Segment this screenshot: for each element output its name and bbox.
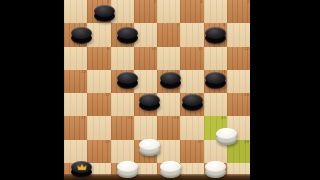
- black-man-b8[interactable]: [94, 5, 115, 22]
- square-b5[interactable]: [87, 70, 110, 93]
- square-h4[interactable]: 20: [227, 93, 250, 116]
- square-c2[interactable]: [111, 140, 134, 163]
- square-b3[interactable]: [87, 116, 110, 139]
- square-number: 25: [105, 140, 110, 144]
- square-c3[interactable]: 22: [111, 116, 134, 139]
- square-d3[interactable]: [134, 116, 157, 139]
- black-man-g5[interactable]: [205, 72, 226, 89]
- square-number: 7: [177, 23, 179, 27]
- square-a6[interactable]: [64, 47, 87, 70]
- square-number: 22: [128, 116, 133, 120]
- square-number: 28: [244, 140, 249, 144]
- square-e6[interactable]: [157, 47, 180, 70]
- white-man-c1[interactable]: [117, 161, 138, 178]
- square-number: 21: [81, 116, 86, 120]
- square-h7[interactable]: [227, 23, 250, 46]
- square-number: 13: [81, 70, 86, 74]
- square-f3[interactable]: [180, 116, 203, 139]
- letterbox-right: [250, 0, 320, 180]
- square-h5[interactable]: [227, 70, 250, 93]
- square-h8[interactable]: 4: [227, 0, 250, 23]
- black-man-f4[interactable]: [182, 94, 203, 111]
- square-number: 1: [107, 0, 109, 4]
- square-d6[interactable]: 10: [134, 47, 157, 70]
- square-e2[interactable]: [157, 140, 180, 163]
- square-f6[interactable]: 11: [180, 47, 203, 70]
- square-d8[interactable]: 2: [134, 0, 157, 23]
- square-e7[interactable]: 7: [157, 23, 180, 46]
- game-screen: 1234567891011121314151617181920212223242…: [0, 0, 320, 180]
- square-e3[interactable]: 23: [157, 116, 180, 139]
- square-number: 27: [198, 140, 203, 144]
- white-man-g1[interactable]: [205, 161, 226, 178]
- square-number: 4: [247, 0, 249, 4]
- piece-top: [205, 72, 226, 84]
- king-crown-icon: [76, 163, 87, 171]
- square-g6[interactable]: [204, 47, 227, 70]
- square-f5[interactable]: [180, 70, 203, 93]
- square-g4[interactable]: [204, 93, 227, 116]
- square-number: 12: [244, 47, 249, 51]
- piece-top: [117, 161, 138, 173]
- square-number: 23: [174, 116, 179, 120]
- square-b4[interactable]: 17: [87, 93, 110, 116]
- square-number: 20: [244, 93, 249, 97]
- square-a3[interactable]: 21: [64, 116, 87, 139]
- square-b6[interactable]: 9: [87, 47, 110, 70]
- square-number: 2: [154, 0, 156, 4]
- black-man-g7[interactable]: [205, 27, 226, 44]
- piece-top: [160, 161, 181, 173]
- black-man-c5[interactable]: [117, 72, 138, 89]
- black-man-d4[interactable]: [139, 94, 160, 111]
- black-man-c7[interactable]: [117, 27, 138, 44]
- square-number: 17: [105, 93, 110, 97]
- piece-top: [139, 94, 160, 106]
- square-a4[interactable]: [64, 93, 87, 116]
- square-number: 9: [107, 47, 109, 51]
- square-number: 11: [198, 47, 203, 51]
- black-man-e5[interactable]: [160, 72, 181, 89]
- square-f2[interactable]: 27: [180, 140, 203, 163]
- square-number: 10: [151, 47, 156, 51]
- black-king-a1[interactable]: [71, 161, 92, 178]
- piece-top: [160, 72, 181, 84]
- black-man-a7[interactable]: [71, 27, 92, 44]
- square-e8[interactable]: [157, 0, 180, 23]
- square-c6[interactable]: [111, 47, 134, 70]
- square-f7[interactable]: [180, 23, 203, 46]
- square-g8[interactable]: [204, 0, 227, 23]
- piece-top: [139, 139, 160, 151]
- square-number: 3: [200, 0, 202, 4]
- square-a5[interactable]: 13: [64, 70, 87, 93]
- white-man-d2[interactable]: [139, 139, 160, 156]
- piece-top: [205, 161, 226, 173]
- square-a8[interactable]: [64, 0, 87, 23]
- white-man-e1[interactable]: [160, 161, 181, 178]
- square-f8[interactable]: 3: [180, 0, 203, 23]
- piece-top: [117, 72, 138, 84]
- square-e4[interactable]: [157, 93, 180, 116]
- white-man-moving-h2-g3[interactable]: [216, 128, 237, 145]
- square-number: 24: [221, 116, 226, 120]
- letterbox-left: [0, 0, 64, 180]
- square-b2[interactable]: 25: [87, 140, 110, 163]
- square-c4[interactable]: [111, 93, 134, 116]
- piece-top: [216, 128, 237, 140]
- square-a2[interactable]: [64, 140, 87, 163]
- square-h6[interactable]: 12: [227, 47, 250, 70]
